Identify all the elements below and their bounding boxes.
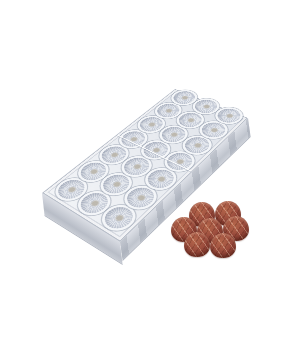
chocolate-piece [210,233,236,258]
product-photo [0,0,291,353]
chocolate-piece [184,232,210,257]
chocolate-cluster [170,200,252,260]
